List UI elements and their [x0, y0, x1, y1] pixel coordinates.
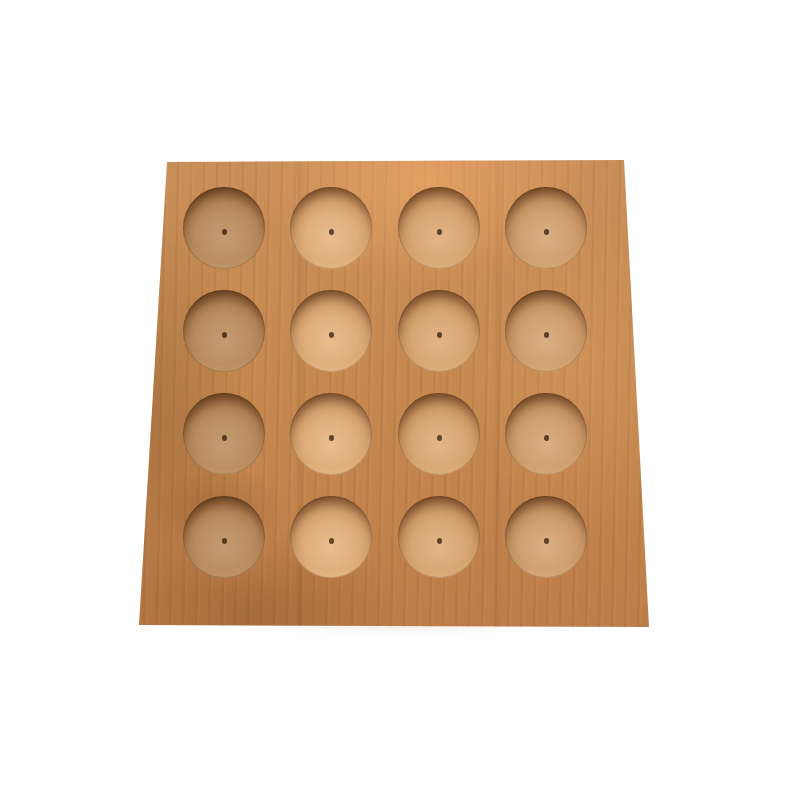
pit-center-mark [544, 229, 549, 235]
pit-r2c2[interactable] [290, 290, 372, 372]
pit-center-mark [329, 229, 334, 235]
pit-center-mark [437, 229, 442, 235]
pit-r3c4[interactable] [505, 393, 587, 475]
pit-r3c2[interactable] [290, 393, 372, 475]
pit-r1c2[interactable] [290, 187, 372, 269]
pit-center-mark [544, 435, 549, 441]
pit-center-mark [222, 538, 227, 544]
pit-r4c1[interactable] [183, 496, 265, 578]
pit-center-mark [329, 435, 334, 441]
pit-center-mark [329, 332, 334, 338]
photo-canvas [0, 0, 786, 786]
game-board [138, 158, 650, 628]
pit-r1c4[interactable] [505, 187, 587, 269]
pit-center-mark [437, 538, 442, 544]
pit-center-mark [437, 332, 442, 338]
pit-center-mark [544, 538, 549, 544]
pit-r4c4[interactable] [505, 496, 587, 578]
pit-center-mark [329, 538, 334, 544]
pit-center-mark [544, 332, 549, 338]
pit-r2c1[interactable] [183, 290, 265, 372]
pit-center-mark [222, 332, 227, 338]
pit-center-mark [222, 435, 227, 441]
pit-r3c3[interactable] [398, 393, 480, 475]
pit-r3c1[interactable] [183, 393, 265, 475]
pit-r4c2[interactable] [290, 496, 372, 578]
pit-center-mark [437, 435, 442, 441]
pit-grid [170, 176, 600, 588]
pit-r1c3[interactable] [398, 187, 480, 269]
pit-center-mark [222, 229, 227, 235]
pit-r2c3[interactable] [398, 290, 480, 372]
pit-r2c4[interactable] [505, 290, 587, 372]
pit-r1c1[interactable] [183, 187, 265, 269]
pit-r4c3[interactable] [398, 496, 480, 578]
